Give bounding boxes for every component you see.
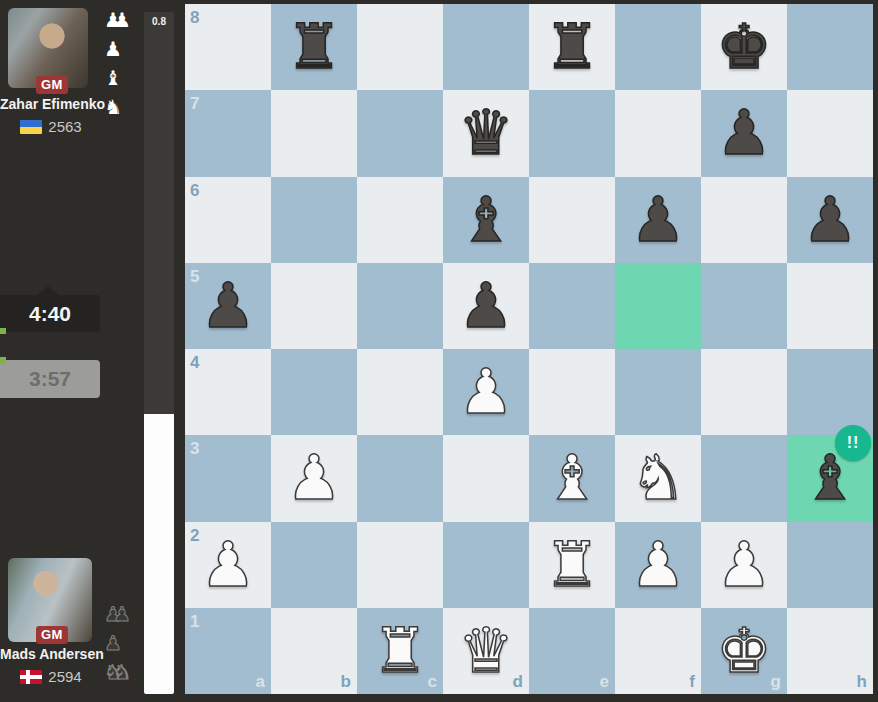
captured-pawn-pair-icon: ♟♟ xyxy=(104,8,131,32)
flag-cross-vertical xyxy=(26,670,30,684)
square-h7[interactable] xyxy=(787,90,873,176)
captured-bishop-icon: ♝ xyxy=(104,66,131,90)
captured-pawn-icon: ♟ xyxy=(104,37,131,61)
piece-black-pawn[interactable]: ♟ xyxy=(787,177,873,263)
clock-bottom-player: 3:57 xyxy=(0,360,100,398)
square-e1[interactable]: e xyxy=(529,608,615,694)
captured-knight-icon: ♞ xyxy=(104,95,131,119)
square-g3[interactable] xyxy=(701,435,787,521)
square-c4[interactable] xyxy=(357,349,443,435)
piece-black-queen[interactable]: ♛ xyxy=(443,90,529,176)
file-label-b: b xyxy=(341,673,351,690)
square-a4[interactable]: 4 xyxy=(185,349,271,435)
piece-black-rook[interactable]: ♜ xyxy=(271,4,357,90)
rank-label-3: 3 xyxy=(190,440,199,457)
square-e4[interactable] xyxy=(529,349,615,435)
piece-white-king[interactable]: ♚ xyxy=(701,608,787,694)
square-d7[interactable]: ♛ xyxy=(443,90,529,176)
square-c6[interactable] xyxy=(357,177,443,263)
square-b4[interactable] xyxy=(271,349,357,435)
denmark-flag-icon xyxy=(20,670,42,684)
square-e5[interactable] xyxy=(529,263,615,349)
square-f7[interactable] xyxy=(615,90,701,176)
rank-label-6: 6 xyxy=(190,182,199,199)
square-g6[interactable] xyxy=(701,177,787,263)
square-a8[interactable]: 8 xyxy=(185,4,271,90)
clock-top-player: 4:40 xyxy=(0,295,100,332)
flag-stripe-yellow xyxy=(20,127,42,134)
square-c3[interactable] xyxy=(357,435,443,521)
square-e2[interactable]: ♜ xyxy=(529,522,615,608)
player-rating-top: 2563 xyxy=(48,118,81,135)
file-label-h: h xyxy=(857,673,867,690)
square-h1[interactable]: h xyxy=(787,608,873,694)
piece-white-pawn[interactable]: ♟ xyxy=(443,349,529,435)
file-label-a: a xyxy=(256,673,265,690)
square-b8[interactable]: ♜ xyxy=(271,4,357,90)
square-b1[interactable]: b xyxy=(271,608,357,694)
piece-white-pawn[interactable]: ♟ xyxy=(271,435,357,521)
square-b5[interactable] xyxy=(271,263,357,349)
piece-black-rook[interactable]: ♜ xyxy=(529,4,615,90)
square-e8[interactable]: ♜ xyxy=(529,4,615,90)
ukraine-flag-icon xyxy=(20,120,42,134)
square-a2[interactable]: 2♟ xyxy=(185,522,271,608)
piece-white-bishop[interactable]: ♝ xyxy=(529,435,615,521)
piece-black-pawn[interactable]: ♟ xyxy=(615,177,701,263)
increment-indicator-top xyxy=(0,328,6,334)
evaluation-bar-white-portion xyxy=(144,414,174,694)
square-g5[interactable] xyxy=(701,263,787,349)
square-d1[interactable]: d♛ xyxy=(443,608,529,694)
piece-white-pawn[interactable]: ♟ xyxy=(615,522,701,608)
piece-black-pawn[interactable]: ♟ xyxy=(443,263,529,349)
square-d2[interactable] xyxy=(443,522,529,608)
piece-black-bishop[interactable]: ♝ xyxy=(443,177,529,263)
square-a6[interactable]: 6 xyxy=(185,177,271,263)
square-c8[interactable] xyxy=(357,4,443,90)
piece-white-rook[interactable]: ♜ xyxy=(357,608,443,694)
rank-label-8: 8 xyxy=(190,9,199,26)
player-name-top: Zahar Efimenko xyxy=(0,96,102,112)
square-a1[interactable]: 1a xyxy=(185,608,271,694)
square-g2[interactable]: ♟ xyxy=(701,522,787,608)
flag-cross-horizontal xyxy=(20,675,42,679)
square-d3[interactable] xyxy=(443,435,529,521)
player-rating-bottom: 2594 xyxy=(48,668,81,685)
file-label-e: e xyxy=(600,673,609,690)
increment-indicator-bottom xyxy=(0,357,6,363)
square-f1[interactable]: f xyxy=(615,608,701,694)
square-b6[interactable] xyxy=(271,177,357,263)
square-d4[interactable]: ♟ xyxy=(443,349,529,435)
square-f2[interactable]: ♟ xyxy=(615,522,701,608)
square-c2[interactable] xyxy=(357,522,443,608)
player-name-bottom: Mads Andersen xyxy=(0,646,102,662)
square-g4[interactable] xyxy=(701,349,787,435)
gm-badge-bottom: GM xyxy=(36,626,68,644)
square-d8[interactable] xyxy=(443,4,529,90)
square-a7[interactable]: 7 xyxy=(185,90,271,176)
piece-white-pawn[interactable]: ♟ xyxy=(185,522,271,608)
rank-label-7: 7 xyxy=(190,95,199,112)
square-b2[interactable] xyxy=(271,522,357,608)
square-g7[interactable]: ♟ xyxy=(701,90,787,176)
piece-black-pawn[interactable]: ♟ xyxy=(701,90,787,176)
square-f8[interactable] xyxy=(615,4,701,90)
rank-label-1: 1 xyxy=(190,613,199,630)
captured-knight-pair-icon: ♞♞ xyxy=(104,660,131,684)
gm-badge-top: GM xyxy=(36,76,68,94)
square-e7[interactable] xyxy=(529,90,615,176)
captured-pieces-bottom: ♟♟♟♞♞ xyxy=(104,602,131,684)
piece-white-queen[interactable]: ♛ xyxy=(443,608,529,694)
square-h4[interactable] xyxy=(787,349,873,435)
rank-label-4: 4 xyxy=(190,354,199,371)
clock-time-top: 4:40 xyxy=(29,302,71,326)
captured-pieces-top: ♟♟♟♝♞ xyxy=(104,8,131,119)
chess-board: 8♜♜♚7♛♟6♝♟♟5♟♟4♟3♟♝♞♝!!2♟♜♟♟1abc♜d♛efg♚h xyxy=(185,4,873,694)
square-h5[interactable] xyxy=(787,263,873,349)
square-f5[interactable] xyxy=(615,263,701,349)
square-h2[interactable] xyxy=(787,522,873,608)
square-a3[interactable]: 3 xyxy=(185,435,271,521)
square-g1[interactable]: g♚ xyxy=(701,608,787,694)
square-c7[interactable] xyxy=(357,90,443,176)
piece-white-rook[interactable]: ♜ xyxy=(529,522,615,608)
square-e6[interactable] xyxy=(529,177,615,263)
evaluation-score: 0.8 xyxy=(144,16,174,27)
file-label-f: f xyxy=(689,673,695,690)
piece-white-pawn[interactable]: ♟ xyxy=(701,522,787,608)
square-h6[interactable]: ♟ xyxy=(787,177,873,263)
square-h8[interactable] xyxy=(787,4,873,90)
piece-black-king[interactable]: ♚ xyxy=(701,4,787,90)
clock-time-bottom: 3:57 xyxy=(29,367,71,391)
square-d6[interactable]: ♝ xyxy=(443,177,529,263)
square-b3[interactable]: ♟ xyxy=(271,435,357,521)
captured-pawn-pair-icon: ♟♟ xyxy=(104,602,131,626)
square-e3[interactable]: ♝ xyxy=(529,435,615,521)
captured-pawn-icon: ♟ xyxy=(104,631,131,655)
square-b7[interactable] xyxy=(271,90,357,176)
piece-black-pawn[interactable]: ♟ xyxy=(185,263,271,349)
square-g8[interactable]: ♚ xyxy=(701,4,787,90)
square-f3[interactable]: ♞ xyxy=(615,435,701,521)
square-c5[interactable] xyxy=(357,263,443,349)
square-h3[interactable]: ♝!! xyxy=(787,435,873,521)
evaluation-bar: 0.8 xyxy=(144,12,174,694)
square-f4[interactable] xyxy=(615,349,701,435)
square-c1[interactable]: c♜ xyxy=(357,608,443,694)
square-d5[interactable]: ♟ xyxy=(443,263,529,349)
piece-white-knight[interactable]: ♞ xyxy=(615,435,701,521)
clock-active-notch xyxy=(37,286,59,295)
flag-stripe-blue xyxy=(20,120,42,127)
square-f6[interactable]: ♟ xyxy=(615,177,701,263)
brilliant-move-badge: !! xyxy=(835,425,871,461)
square-a5[interactable]: 5♟ xyxy=(185,263,271,349)
